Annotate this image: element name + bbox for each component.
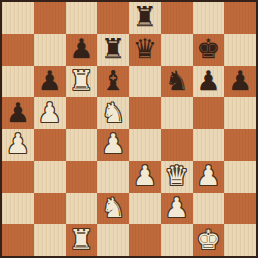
- square-g7[interactable]: ♚: [193, 34, 225, 66]
- white-pawn-piece[interactable]: ♟: [165, 194, 189, 221]
- white-pawn-piece[interactable]: ♟: [101, 130, 125, 157]
- square-b7[interactable]: [34, 34, 66, 66]
- square-c6[interactable]: ♜: [66, 66, 98, 98]
- square-d1[interactable]: [97, 224, 129, 256]
- white-queen-piece[interactable]: ♛: [165, 162, 189, 189]
- square-e2[interactable]: [129, 193, 161, 225]
- square-e8[interactable]: ♜: [129, 2, 161, 34]
- square-g2[interactable]: [193, 193, 225, 225]
- square-e5[interactable]: [129, 97, 161, 129]
- square-e4[interactable]: [129, 129, 161, 161]
- square-b8[interactable]: [34, 2, 66, 34]
- black-pawn-piece[interactable]: ♟: [196, 67, 220, 94]
- square-b2[interactable]: [34, 193, 66, 225]
- square-a7[interactable]: [2, 34, 34, 66]
- square-c3[interactable]: [66, 161, 98, 193]
- square-h5[interactable]: [224, 97, 256, 129]
- white-rook-piece[interactable]: ♜: [69, 67, 93, 94]
- square-d6[interactable]: ♝: [97, 66, 129, 98]
- square-g3[interactable]: ♟: [193, 161, 225, 193]
- square-g5[interactable]: [193, 97, 225, 129]
- square-a6[interactable]: [2, 66, 34, 98]
- square-f3[interactable]: ♛: [161, 161, 193, 193]
- square-h2[interactable]: [224, 193, 256, 225]
- chess-board: ♜♟♜♛♚♟♜♝♞♟♟♟♟♞♟♟♟♛♟♞♟♜♚: [0, 0, 258, 258]
- square-h6[interactable]: ♟: [224, 66, 256, 98]
- square-h1[interactable]: [224, 224, 256, 256]
- square-f8[interactable]: [161, 2, 193, 34]
- square-d8[interactable]: [97, 2, 129, 34]
- square-c5[interactable]: [66, 97, 98, 129]
- black-pawn-piece[interactable]: ♟: [69, 35, 93, 62]
- square-f2[interactable]: ♟: [161, 193, 193, 225]
- square-c1[interactable]: ♜: [66, 224, 98, 256]
- white-pawn-piece[interactable]: ♟: [196, 162, 220, 189]
- square-f7[interactable]: [161, 34, 193, 66]
- white-knight-piece[interactable]: ♞: [101, 99, 125, 126]
- square-b3[interactable]: [34, 161, 66, 193]
- white-knight-piece[interactable]: ♞: [101, 194, 125, 221]
- square-a4[interactable]: ♟: [2, 129, 34, 161]
- black-rook-piece[interactable]: ♜: [101, 35, 125, 62]
- square-d5[interactable]: ♞: [97, 97, 129, 129]
- square-a1[interactable]: [2, 224, 34, 256]
- black-pawn-piece[interactable]: ♟: [38, 67, 62, 94]
- square-b5[interactable]: ♟: [34, 97, 66, 129]
- square-f5[interactable]: [161, 97, 193, 129]
- square-a5[interactable]: ♟: [2, 97, 34, 129]
- square-c2[interactable]: [66, 193, 98, 225]
- square-a2[interactable]: [2, 193, 34, 225]
- square-h7[interactable]: [224, 34, 256, 66]
- black-queen-piece[interactable]: ♛: [133, 35, 157, 62]
- white-pawn-piece[interactable]: ♟: [6, 130, 30, 157]
- square-f4[interactable]: [161, 129, 193, 161]
- square-f1[interactable]: [161, 224, 193, 256]
- square-g8[interactable]: [193, 2, 225, 34]
- black-pawn-piece[interactable]: ♟: [228, 67, 252, 94]
- white-king-piece[interactable]: ♚: [196, 226, 220, 253]
- square-g4[interactable]: [193, 129, 225, 161]
- square-a8[interactable]: [2, 2, 34, 34]
- square-d4[interactable]: ♟: [97, 129, 129, 161]
- square-d3[interactable]: [97, 161, 129, 193]
- square-h4[interactable]: [224, 129, 256, 161]
- white-pawn-piece[interactable]: ♟: [133, 162, 157, 189]
- square-f6[interactable]: ♞: [161, 66, 193, 98]
- black-rook-piece[interactable]: ♜: [133, 3, 157, 30]
- black-pawn-piece[interactable]: ♟: [6, 99, 30, 126]
- square-c4[interactable]: [66, 129, 98, 161]
- square-b4[interactable]: [34, 129, 66, 161]
- square-e1[interactable]: [129, 224, 161, 256]
- square-e6[interactable]: [129, 66, 161, 98]
- white-rook-piece[interactable]: ♜: [69, 226, 93, 253]
- square-c8[interactable]: [66, 2, 98, 34]
- black-bishop-piece[interactable]: ♝: [101, 67, 125, 94]
- square-b6[interactable]: ♟: [34, 66, 66, 98]
- square-e7[interactable]: ♛: [129, 34, 161, 66]
- square-a3[interactable]: [2, 161, 34, 193]
- square-h3[interactable]: [224, 161, 256, 193]
- square-c7[interactable]: ♟: [66, 34, 98, 66]
- square-b1[interactable]: [34, 224, 66, 256]
- square-d2[interactable]: ♞: [97, 193, 129, 225]
- square-g1[interactable]: ♚: [193, 224, 225, 256]
- black-knight-piece[interactable]: ♞: [165, 67, 189, 94]
- square-h8[interactable]: [224, 2, 256, 34]
- black-king-piece[interactable]: ♚: [196, 35, 220, 62]
- white-pawn-piece[interactable]: ♟: [38, 99, 62, 126]
- square-e3[interactable]: ♟: [129, 161, 161, 193]
- square-g6[interactable]: ♟: [193, 66, 225, 98]
- square-d7[interactable]: ♜: [97, 34, 129, 66]
